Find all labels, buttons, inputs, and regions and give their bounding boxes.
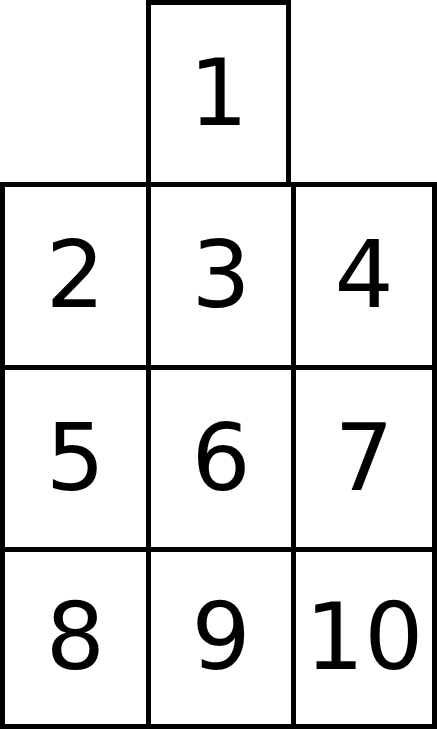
void-cell-top-left	[0, 0, 146, 182]
cell-1[interactable]: 1	[146, 0, 292, 182]
cell-4[interactable]: 4	[291, 182, 437, 364]
cell-6[interactable]: 6	[146, 365, 292, 547]
cell-3[interactable]: 3	[146, 182, 292, 364]
cell-7[interactable]: 7	[291, 365, 437, 547]
board: 1 2 3 4 5 6 7 8 9 10	[0, 0, 437, 729]
cell-5[interactable]: 5	[0, 365, 146, 547]
void-cell-top-right	[291, 0, 437, 182]
cell-10[interactable]: 10	[291, 547, 437, 729]
cell-2[interactable]: 2	[0, 182, 146, 364]
cell-9[interactable]: 9	[146, 547, 292, 729]
cell-8[interactable]: 8	[0, 547, 146, 729]
